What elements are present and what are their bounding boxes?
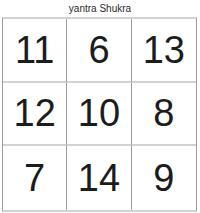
cell-r3c3: 9 — [132, 146, 196, 210]
cell-r2c3: 8 — [132, 83, 196, 147]
magic-square-board: 11 6 13 12 10 8 7 14 9 — [2, 17, 197, 212]
cell-r3c2: 14 — [67, 146, 131, 210]
cell-r1c2: 6 — [67, 19, 131, 83]
cell-r2c1: 12 — [3, 83, 67, 147]
cell-r1c3: 13 — [132, 19, 196, 83]
yantra-diagram: yantra Shukra 11 6 13 12 10 8 7 14 9 — [0, 0, 200, 213]
diagram-title: yantra Shukra — [0, 3, 200, 15]
cell-r2c2: 10 — [67, 83, 131, 147]
cell-r3c1: 7 — [3, 146, 67, 210]
cell-r1c1: 11 — [3, 19, 67, 83]
